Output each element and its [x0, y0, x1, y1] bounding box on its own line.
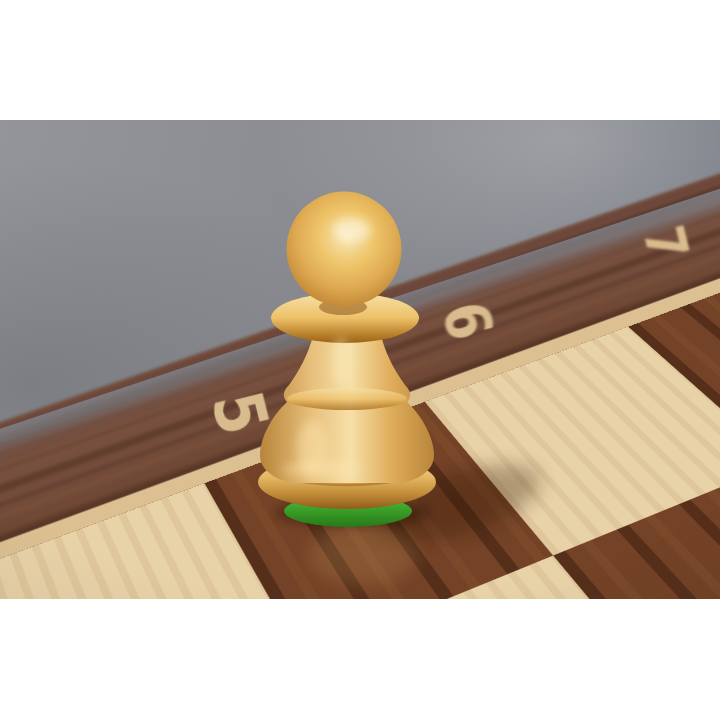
stem-gloss: [332, 338, 350, 386]
head-gloss: [333, 218, 371, 242]
white-pawn: [220, 178, 580, 599]
product-photo: 5 6 7: [0, 0, 720, 720]
pawn-head: [287, 192, 402, 307]
body-ridge: [287, 388, 407, 410]
base-gloss: [282, 461, 362, 477]
pawn-reflection: [307, 526, 417, 586]
photo-area: 5 6 7: [0, 120, 720, 599]
